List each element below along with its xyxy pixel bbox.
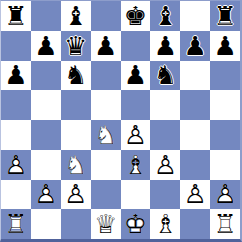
square-b6[interactable] xyxy=(31,61,61,91)
square-a4[interactable] xyxy=(1,120,31,150)
square-f6[interactable]: ♞ xyxy=(150,61,180,91)
square-g4[interactable] xyxy=(180,120,210,150)
square-f1[interactable]: ♝♗ xyxy=(150,209,180,239)
square-d1[interactable]: ♛♕ xyxy=(91,209,121,239)
square-e6[interactable]: ♟ xyxy=(121,61,151,91)
square-d4[interactable]: ♞♘ xyxy=(91,120,121,150)
square-a3[interactable]: ♟♙ xyxy=(1,150,31,180)
square-a8[interactable]: ♜ xyxy=(1,1,31,31)
square-f4[interactable] xyxy=(150,120,180,150)
black-pawn[interactable]: ♟ xyxy=(180,31,210,61)
white-rook[interactable]: ♖ xyxy=(1,209,31,239)
square-h3[interactable] xyxy=(210,150,240,180)
square-e7[interactable] xyxy=(121,31,151,61)
square-b8[interactable] xyxy=(31,1,61,31)
square-f7[interactable]: ♟ xyxy=(150,31,180,61)
square-a6[interactable]: ♟ xyxy=(1,61,31,91)
square-f8[interactable]: ♝ xyxy=(150,1,180,31)
black-pawn[interactable]: ♟ xyxy=(121,61,151,91)
square-a5[interactable] xyxy=(1,90,31,120)
square-b2[interactable]: ♟♙ xyxy=(31,180,61,210)
white-knight[interactable]: ♘ xyxy=(91,120,121,150)
square-c2[interactable]: ♟♙ xyxy=(61,180,91,210)
square-e4[interactable]: ♟♙ xyxy=(121,120,151,150)
square-g7[interactable]: ♟ xyxy=(180,31,210,61)
square-c7[interactable]: ♛ xyxy=(61,31,91,61)
square-d2[interactable] xyxy=(91,180,121,210)
square-d3[interactable] xyxy=(91,150,121,180)
black-queen[interactable]: ♛ xyxy=(61,31,91,61)
black-pawn[interactable]: ♟ xyxy=(150,31,180,61)
white-rook[interactable]: ♖ xyxy=(210,209,240,239)
square-f5[interactable] xyxy=(150,90,180,120)
square-g1[interactable] xyxy=(180,209,210,239)
square-e8[interactable]: ♚ xyxy=(121,1,151,31)
square-d8[interactable] xyxy=(91,1,121,31)
white-knight[interactable]: ♘ xyxy=(61,150,91,180)
black-pawn[interactable]: ♟ xyxy=(91,31,121,61)
square-g2[interactable]: ♟♙ xyxy=(180,180,210,210)
black-pawn[interactable]: ♟ xyxy=(1,61,31,91)
square-c8[interactable]: ♝ xyxy=(61,1,91,31)
white-pawn[interactable]: ♙ xyxy=(121,120,151,150)
black-king[interactable]: ♚ xyxy=(121,1,151,31)
square-a1[interactable]: ♜♖ xyxy=(1,209,31,239)
square-h2[interactable]: ♟♙ xyxy=(210,180,240,210)
square-c3[interactable]: ♞♘ xyxy=(61,150,91,180)
square-c1[interactable] xyxy=(61,209,91,239)
white-pawn[interactable]: ♙ xyxy=(31,180,61,210)
square-h6[interactable] xyxy=(210,61,240,91)
square-e1[interactable]: ♚♔ xyxy=(121,209,151,239)
square-e5[interactable] xyxy=(121,90,151,120)
white-pawn[interactable]: ♙ xyxy=(210,180,240,210)
white-pawn[interactable]: ♙ xyxy=(1,150,31,180)
black-knight[interactable]: ♞ xyxy=(61,61,91,91)
square-b3[interactable] xyxy=(31,150,61,180)
black-pawn[interactable]: ♟ xyxy=(210,31,240,61)
square-g8[interactable] xyxy=(180,1,210,31)
black-bishop[interactable]: ♝ xyxy=(150,1,180,31)
chess-board: ♜♝♚♝♜♟♛♟♟♟♟♟♞♟♞♞♘♟♙♟♙♞♘♝♗♟♙♟♙♟♙♟♙♟♙♜♖♛♕♚… xyxy=(1,1,240,239)
square-a7[interactable] xyxy=(1,31,31,61)
black-rook[interactable]: ♜ xyxy=(210,1,240,31)
black-rook[interactable]: ♜ xyxy=(1,1,31,31)
square-h1[interactable]: ♜♖ xyxy=(210,209,240,239)
black-knight[interactable]: ♞ xyxy=(150,61,180,91)
chess-board-frame: ♜♝♚♝♜♟♛♟♟♟♟♟♞♟♞♞♘♟♙♟♙♞♘♝♗♟♙♟♙♟♙♟♙♟♙♜♖♛♕♚… xyxy=(0,0,242,242)
square-e2[interactable] xyxy=(121,180,151,210)
square-f2[interactable] xyxy=(150,180,180,210)
black-bishop[interactable]: ♝ xyxy=(61,1,91,31)
square-b1[interactable] xyxy=(31,209,61,239)
square-d7[interactable]: ♟ xyxy=(91,31,121,61)
square-b4[interactable] xyxy=(31,120,61,150)
white-bishop[interactable]: ♗ xyxy=(121,150,151,180)
square-c4[interactable] xyxy=(61,120,91,150)
square-h5[interactable] xyxy=(210,90,240,120)
white-king[interactable]: ♔ xyxy=(121,209,151,239)
white-queen[interactable]: ♕ xyxy=(91,209,121,239)
square-d6[interactable] xyxy=(91,61,121,91)
square-c5[interactable] xyxy=(61,90,91,120)
square-b5[interactable] xyxy=(31,90,61,120)
square-h7[interactable]: ♟ xyxy=(210,31,240,61)
square-h8[interactable]: ♜ xyxy=(210,1,240,31)
square-b7[interactable]: ♟ xyxy=(31,31,61,61)
square-c6[interactable]: ♞ xyxy=(61,61,91,91)
white-bishop[interactable]: ♗ xyxy=(150,209,180,239)
black-pawn[interactable]: ♟ xyxy=(31,31,61,61)
square-e3[interactable]: ♝♗ xyxy=(121,150,151,180)
square-h4[interactable] xyxy=(210,120,240,150)
square-g5[interactable] xyxy=(180,90,210,120)
white-pawn[interactable]: ♙ xyxy=(150,150,180,180)
square-g3[interactable] xyxy=(180,150,210,180)
square-f3[interactable]: ♟♙ xyxy=(150,150,180,180)
square-g6[interactable] xyxy=(180,61,210,91)
white-pawn[interactable]: ♙ xyxy=(61,180,91,210)
square-d5[interactable] xyxy=(91,90,121,120)
square-a2[interactable] xyxy=(1,180,31,210)
white-pawn[interactable]: ♙ xyxy=(180,180,210,210)
